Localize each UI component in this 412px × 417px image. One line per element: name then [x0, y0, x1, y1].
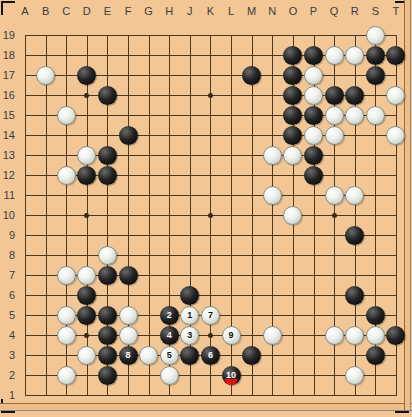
board-intersection-D19[interactable]: [77, 25, 98, 45]
board-intersection-G17[interactable]: [138, 65, 159, 85]
board-intersection-F16[interactable]: [118, 85, 139, 105]
board-intersection-N11[interactable]: [262, 185, 283, 205]
board-intersection-E16[interactable]: [97, 85, 118, 105]
board-intersection-K3[interactable]: 6: [200, 345, 221, 365]
board-intersection-J16[interactable]: [180, 85, 201, 105]
board-intersection-C4[interactable]: [56, 325, 77, 345]
black-stone-D6[interactable]: [77, 286, 96, 305]
board-intersection-D3[interactable]: [77, 345, 98, 365]
board-intersection-O3[interactable]: [283, 345, 304, 365]
board-intersection-K8[interactable]: [200, 245, 221, 265]
board-intersection-C8[interactable]: [56, 245, 77, 265]
board-intersection-K2[interactable]: [200, 365, 221, 385]
white-stone-Q15[interactable]: [325, 106, 344, 125]
board-intersection-M8[interactable]: [241, 245, 262, 265]
board-intersection-M16[interactable]: [241, 85, 262, 105]
board-intersection-Q2[interactable]: [324, 365, 345, 385]
board-intersection-B16[interactable]: [35, 85, 56, 105]
white-stone-F5[interactable]: [119, 306, 138, 325]
board-intersection-L3[interactable]: [221, 345, 242, 365]
board-intersection-N6[interactable]: [262, 285, 283, 305]
white-stone-P14[interactable]: [304, 126, 323, 145]
black-stone-E7[interactable]: [98, 266, 117, 285]
board-intersection-Q11[interactable]: [324, 185, 345, 205]
board-intersection-C7[interactable]: [56, 265, 77, 285]
board-intersection-E2[interactable]: [97, 365, 118, 385]
board-intersection-L6[interactable]: [221, 285, 242, 305]
board-intersection-O2[interactable]: [283, 365, 304, 385]
board-intersection-N14[interactable]: [262, 125, 283, 145]
board-intersection-G8[interactable]: [138, 245, 159, 265]
board-intersection-O10[interactable]: [283, 205, 304, 225]
board-intersection-G1[interactable]: [138, 385, 159, 405]
board-intersection-R1[interactable]: [344, 385, 365, 405]
board-intersection-R7[interactable]: [344, 265, 365, 285]
board-intersection-Q9[interactable]: [324, 225, 345, 245]
board-intersection-H3[interactable]: 5: [159, 345, 180, 365]
black-stone-E4[interactable]: [98, 326, 117, 345]
board-intersection-J3[interactable]: [180, 345, 201, 365]
board-intersection-J1[interactable]: [180, 385, 201, 405]
board-intersection-B18[interactable]: [35, 45, 56, 65]
board-intersection-D10[interactable]: [77, 205, 98, 225]
white-stone-R4[interactable]: [345, 326, 364, 345]
board-intersection-K4[interactable]: [200, 325, 221, 345]
board-intersection-F5[interactable]: [118, 305, 139, 325]
board-intersection-J4[interactable]: 3: [180, 325, 201, 345]
board-intersection-Q13[interactable]: [324, 145, 345, 165]
board-intersection-G4[interactable]: [138, 325, 159, 345]
board-intersection-E13[interactable]: [97, 145, 118, 165]
board-intersection-Q4[interactable]: [324, 325, 345, 345]
board-intersection-F17[interactable]: [118, 65, 139, 85]
board-intersection-O15[interactable]: [283, 105, 304, 125]
board-intersection-K18[interactable]: [200, 45, 221, 65]
board-intersection-F19[interactable]: [118, 25, 139, 45]
board-intersection-M11[interactable]: [241, 185, 262, 205]
board-intersection-B2[interactable]: [35, 365, 56, 385]
board-intersection-F11[interactable]: [118, 185, 139, 205]
black-stone-H4[interactable]: 4: [160, 326, 179, 345]
board-intersection-C3[interactable]: [56, 345, 77, 365]
white-stone-D7[interactable]: [77, 266, 96, 285]
board-intersection-M14[interactable]: [241, 125, 262, 145]
board-intersection-H9[interactable]: [159, 225, 180, 245]
board-intersection-P4[interactable]: [303, 325, 324, 345]
board-intersection-H18[interactable]: [159, 45, 180, 65]
board-intersection-M10[interactable]: [241, 205, 262, 225]
board-intersection-H12[interactable]: [159, 165, 180, 185]
board-intersection-H1[interactable]: [159, 385, 180, 405]
white-stone-Q11[interactable]: [325, 186, 344, 205]
board-intersection-E11[interactable]: [97, 185, 118, 205]
board-intersection-N19[interactable]: [262, 25, 283, 45]
board-intersection-J2[interactable]: [180, 365, 201, 385]
board-intersection-S8[interactable]: [365, 245, 386, 265]
board-intersection-C5[interactable]: [56, 305, 77, 325]
board-intersection-M15[interactable]: [241, 105, 262, 125]
board-intersection-Q16[interactable]: [324, 85, 345, 105]
board-intersection-G10[interactable]: [138, 205, 159, 225]
board-intersection-S5[interactable]: [365, 305, 386, 325]
board-intersection-D14[interactable]: [77, 125, 98, 145]
board-intersection-L10[interactable]: [221, 205, 242, 225]
white-stone-S15[interactable]: [366, 106, 385, 125]
white-stone-D13[interactable]: [77, 146, 96, 165]
board-intersection-E7[interactable]: [97, 265, 118, 285]
board-intersection-O16[interactable]: [283, 85, 304, 105]
board-intersection-J11[interactable]: [180, 185, 201, 205]
black-stone-D5[interactable]: [77, 306, 96, 325]
board-intersection-F9[interactable]: [118, 225, 139, 245]
board-intersection-M6[interactable]: [241, 285, 262, 305]
board-intersection-N15[interactable]: [262, 105, 283, 125]
board-intersection-D6[interactable]: [77, 285, 98, 305]
board-intersection-O4[interactable]: [283, 325, 304, 345]
board-intersection-S19[interactable]: [365, 25, 386, 45]
white-stone-J4[interactable]: 3: [180, 326, 199, 345]
board-intersection-G2[interactable]: [138, 365, 159, 385]
black-stone-O16[interactable]: [283, 86, 302, 105]
board-intersection-Q3[interactable]: [324, 345, 345, 365]
board-intersection-S13[interactable]: [365, 145, 386, 165]
board-intersection-H11[interactable]: [159, 185, 180, 205]
board-intersection-R10[interactable]: [344, 205, 365, 225]
board-intersection-H19[interactable]: [159, 25, 180, 45]
board-intersection-J6[interactable]: [180, 285, 201, 305]
white-stone-N13[interactable]: [263, 146, 282, 165]
board-intersection-R16[interactable]: [344, 85, 365, 105]
board-intersection-F18[interactable]: [118, 45, 139, 65]
board-intersection-A11[interactable]: [15, 185, 36, 205]
white-stone-D3[interactable]: [77, 346, 96, 365]
black-stone-F3[interactable]: 8: [119, 346, 138, 365]
board-intersection-E12[interactable]: [97, 165, 118, 185]
board-intersection-S3[interactable]: [365, 345, 386, 365]
white-stone-S19[interactable]: [366, 26, 385, 45]
board-intersection-E1[interactable]: [97, 385, 118, 405]
board-intersection-F3[interactable]: 8: [118, 345, 139, 365]
black-stone-K3[interactable]: 6: [201, 346, 220, 365]
board-intersection-F6[interactable]: [118, 285, 139, 305]
board-intersection-L12[interactable]: [221, 165, 242, 185]
board-intersection-C19[interactable]: [56, 25, 77, 45]
board-intersection-D9[interactable]: [77, 225, 98, 245]
board-intersection-A15[interactable]: [15, 105, 36, 125]
board-intersection-K10[interactable]: [200, 205, 221, 225]
white-stone-O10[interactable]: [283, 206, 302, 225]
board-intersection-H5[interactable]: 2: [159, 305, 180, 325]
board-intersection-C18[interactable]: [56, 45, 77, 65]
board-intersection-C6[interactable]: [56, 285, 77, 305]
board-intersection-F14[interactable]: [118, 125, 139, 145]
board-intersection-D13[interactable]: [77, 145, 98, 165]
board-intersection-N1[interactable]: [262, 385, 283, 405]
board-intersection-S1[interactable]: [365, 385, 386, 405]
white-stone-R2[interactable]: [345, 366, 364, 385]
board-intersection-A4[interactable]: [15, 325, 36, 345]
board-intersection-H15[interactable]: [159, 105, 180, 125]
board-intersection-C2[interactable]: [56, 365, 77, 385]
board-intersection-C9[interactable]: [56, 225, 77, 245]
board-intersection-L18[interactable]: [221, 45, 242, 65]
black-stone-D12[interactable]: [77, 166, 96, 185]
board-intersection-M7[interactable]: [241, 265, 262, 285]
board-intersection-B11[interactable]: [35, 185, 56, 205]
board-intersection-K5[interactable]: 7: [200, 305, 221, 325]
black-stone-P13[interactable]: [304, 146, 323, 165]
board-intersection-H2[interactable]: [159, 365, 180, 385]
board-intersection-D18[interactable]: [77, 45, 98, 65]
board-intersection-H7[interactable]: [159, 265, 180, 285]
board-intersection-Q14[interactable]: [324, 125, 345, 145]
board-intersection-G15[interactable]: [138, 105, 159, 125]
board-intersection-N3[interactable]: [262, 345, 283, 365]
board-intersection-P12[interactable]: [303, 165, 324, 185]
white-stone-C2[interactable]: [57, 366, 76, 385]
white-stone-N11[interactable]: [263, 186, 282, 205]
board-intersection-P17[interactable]: [303, 65, 324, 85]
white-stone-E8[interactable]: [98, 246, 117, 265]
board-intersection-S11[interactable]: [365, 185, 386, 205]
board-intersection-H13[interactable]: [159, 145, 180, 165]
board-intersection-N9[interactable]: [262, 225, 283, 245]
board-intersection-E10[interactable]: [97, 205, 118, 225]
board-intersection-B1[interactable]: [35, 385, 56, 405]
board-intersection-S16[interactable]: [365, 85, 386, 105]
black-stone-O15[interactable]: [283, 106, 302, 125]
board-intersection-O17[interactable]: [283, 65, 304, 85]
board-intersection-R8[interactable]: [344, 245, 365, 265]
board-intersection-J10[interactable]: [180, 205, 201, 225]
board-intersection-M3[interactable]: [241, 345, 262, 365]
board-intersection-P1[interactable]: [303, 385, 324, 405]
board-intersection-Q17[interactable]: [324, 65, 345, 85]
board-intersection-R15[interactable]: [344, 105, 365, 125]
board-intersection-N5[interactable]: [262, 305, 283, 325]
board-intersection-C13[interactable]: [56, 145, 77, 165]
black-stone-O18[interactable]: [283, 46, 302, 65]
board-intersection-C12[interactable]: [56, 165, 77, 185]
board-intersection-H16[interactable]: [159, 85, 180, 105]
board-intersection-S10[interactable]: [365, 205, 386, 225]
black-stone-S3[interactable]: [366, 346, 385, 365]
board-intersection-C16[interactable]: [56, 85, 77, 105]
board-intersection-D2[interactable]: [77, 365, 98, 385]
board-intersection-L11[interactable]: [221, 185, 242, 205]
board-intersection-F2[interactable]: [118, 365, 139, 385]
board-intersection-L17[interactable]: [221, 65, 242, 85]
board-intersection-P2[interactable]: [303, 365, 324, 385]
board-intersection-O19[interactable]: [283, 25, 304, 45]
black-stone-R6[interactable]: [345, 286, 364, 305]
board-intersection-G7[interactable]: [138, 265, 159, 285]
board-intersection-Q18[interactable]: [324, 45, 345, 65]
black-stone-P12[interactable]: [304, 166, 323, 185]
white-stone-S4[interactable]: [366, 326, 385, 345]
board-intersection-R12[interactable]: [344, 165, 365, 185]
board-intersection-J5[interactable]: 1: [180, 305, 201, 325]
board-intersection-Q5[interactable]: [324, 305, 345, 325]
white-stone-Q18[interactable]: [325, 46, 344, 65]
white-stone-N4[interactable]: [263, 326, 282, 345]
board-intersection-M1[interactable]: [241, 385, 262, 405]
board-intersection-O9[interactable]: [283, 225, 304, 245]
board-intersection-A5[interactable]: [15, 305, 36, 325]
board-intersection-A7[interactable]: [15, 265, 36, 285]
board-intersection-R5[interactable]: [344, 305, 365, 325]
board-intersection-G16[interactable]: [138, 85, 159, 105]
white-stone-Q4[interactable]: [325, 326, 344, 345]
board-intersection-B8[interactable]: [35, 245, 56, 265]
board-intersection-O13[interactable]: [283, 145, 304, 165]
board-intersection-Q19[interactable]: [324, 25, 345, 45]
board-intersection-S12[interactable]: [365, 165, 386, 185]
board-intersection-J18[interactable]: [180, 45, 201, 65]
white-stone-K5[interactable]: 7: [201, 306, 220, 325]
board-intersection-M5[interactable]: [241, 305, 262, 325]
board-intersection-F12[interactable]: [118, 165, 139, 185]
board-intersection-E5[interactable]: [97, 305, 118, 325]
board-intersection-L19[interactable]: [221, 25, 242, 45]
white-stone-R15[interactable]: [345, 106, 364, 125]
board-intersection-F1[interactable]: [118, 385, 139, 405]
board-intersection-D4[interactable]: [77, 325, 98, 345]
board-intersection-Q10[interactable]: [324, 205, 345, 225]
board-intersection-B17[interactable]: [35, 65, 56, 85]
board-intersection-O7[interactable]: [283, 265, 304, 285]
white-stone-R18[interactable]: [345, 46, 364, 65]
board-intersection-J9[interactable]: [180, 225, 201, 245]
board-intersection-P5[interactable]: [303, 305, 324, 325]
board-intersection-G18[interactable]: [138, 45, 159, 65]
board-intersection-S6[interactable]: [365, 285, 386, 305]
board-intersection-J17[interactable]: [180, 65, 201, 85]
board-intersection-R9[interactable]: [344, 225, 365, 245]
black-stone-E16[interactable]: [98, 86, 117, 105]
black-stone-Q16[interactable]: [325, 86, 344, 105]
board-intersection-J15[interactable]: [180, 105, 201, 125]
board-intersection-A9[interactable]: [15, 225, 36, 245]
white-stone-H2[interactable]: [160, 366, 179, 385]
board-intersection-H17[interactable]: [159, 65, 180, 85]
board-intersection-R19[interactable]: [344, 25, 365, 45]
white-stone-L4[interactable]: 9: [222, 326, 241, 345]
board-intersection-K11[interactable]: [200, 185, 221, 205]
board-intersection-P8[interactable]: [303, 245, 324, 265]
board-intersection-A14[interactable]: [15, 125, 36, 145]
black-stone-O14[interactable]: [283, 126, 302, 145]
board-intersection-A6[interactable]: [15, 285, 36, 305]
board-intersection-M19[interactable]: [241, 25, 262, 45]
board-intersection-L5[interactable]: [221, 305, 242, 325]
board-intersection-R11[interactable]: [344, 185, 365, 205]
white-stone-O13[interactable]: [283, 146, 302, 165]
board-intersection-A2[interactable]: [15, 365, 36, 385]
board-intersection-E15[interactable]: [97, 105, 118, 125]
board-intersection-E3[interactable]: [97, 345, 118, 365]
board-intersection-L14[interactable]: [221, 125, 242, 145]
board-intersection-E19[interactable]: [97, 25, 118, 45]
black-stone-S17[interactable]: [366, 66, 385, 85]
board-intersection-E9[interactable]: [97, 225, 118, 245]
board-intersection-M17[interactable]: [241, 65, 262, 85]
board-intersection-D16[interactable]: [77, 85, 98, 105]
white-stone-T14[interactable]: [386, 126, 405, 145]
board-intersection-A18[interactable]: [15, 45, 36, 65]
board-intersection-A16[interactable]: [15, 85, 36, 105]
white-stone-Q14[interactable]: [325, 126, 344, 145]
board-intersection-K16[interactable]: [200, 85, 221, 105]
board-intersection-F13[interactable]: [118, 145, 139, 165]
board-intersection-G9[interactable]: [138, 225, 159, 245]
board-intersection-M2[interactable]: [241, 365, 262, 385]
board-intersection-P14[interactable]: [303, 125, 324, 145]
white-stone-P17[interactable]: [304, 66, 323, 85]
board-intersection-B15[interactable]: [35, 105, 56, 125]
board-intersection-E4[interactable]: [97, 325, 118, 345]
black-stone-H5[interactable]: 2: [160, 306, 179, 325]
board-intersection-C15[interactable]: [56, 105, 77, 125]
black-stone-J6[interactable]: [180, 286, 199, 305]
board-intersection-K17[interactable]: [200, 65, 221, 85]
board-intersection-G12[interactable]: [138, 165, 159, 185]
board-intersection-B3[interactable]: [35, 345, 56, 365]
board-intersection-R2[interactable]: [344, 365, 365, 385]
board-intersection-G13[interactable]: [138, 145, 159, 165]
board-intersection-L1[interactable]: [221, 385, 242, 405]
board-intersection-E8[interactable]: [97, 245, 118, 265]
board-intersection-E6[interactable]: [97, 285, 118, 305]
board-intersection-Q1[interactable]: [324, 385, 345, 405]
board-intersection-R6[interactable]: [344, 285, 365, 305]
board-intersection-C11[interactable]: [56, 185, 77, 205]
white-stone-R11[interactable]: [345, 186, 364, 205]
board-intersection-E14[interactable]: [97, 125, 118, 145]
board-intersection-L16[interactable]: [221, 85, 242, 105]
board-intersection-N18[interactable]: [262, 45, 283, 65]
board-intersection-G11[interactable]: [138, 185, 159, 205]
board-intersection-G3[interactable]: [138, 345, 159, 365]
board-intersection-J13[interactable]: [180, 145, 201, 165]
board-intersection-K14[interactable]: [200, 125, 221, 145]
black-stone-P15[interactable]: [304, 106, 323, 125]
white-stone-J5[interactable]: 1: [180, 306, 199, 325]
board-intersection-B12[interactable]: [35, 165, 56, 185]
board-intersection-D15[interactable]: [77, 105, 98, 125]
board-intersection-O6[interactable]: [283, 285, 304, 305]
board-intersection-S9[interactable]: [365, 225, 386, 245]
board-intersection-Q6[interactable]: [324, 285, 345, 305]
board-intersection-C14[interactable]: [56, 125, 77, 145]
board-intersection-O11[interactable]: [283, 185, 304, 205]
board-intersection-J12[interactable]: [180, 165, 201, 185]
board-intersection-K19[interactable]: [200, 25, 221, 45]
board-intersection-J14[interactable]: [180, 125, 201, 145]
board-intersection-N10[interactable]: [262, 205, 283, 225]
white-stone-G3[interactable]: [139, 346, 158, 365]
board-intersection-H8[interactable]: [159, 245, 180, 265]
board-intersection-R13[interactable]: [344, 145, 365, 165]
board-intersection-F4[interactable]: [118, 325, 139, 345]
black-stone-T18[interactable]: [386, 46, 405, 65]
white-stone-C4[interactable]: [57, 326, 76, 345]
board-intersection-F10[interactable]: [118, 205, 139, 225]
board-intersection-P13[interactable]: [303, 145, 324, 165]
board-intersection-Q12[interactable]: [324, 165, 345, 185]
board-intersection-D12[interactable]: [77, 165, 98, 185]
board-intersection-A1[interactable]: [15, 385, 36, 405]
